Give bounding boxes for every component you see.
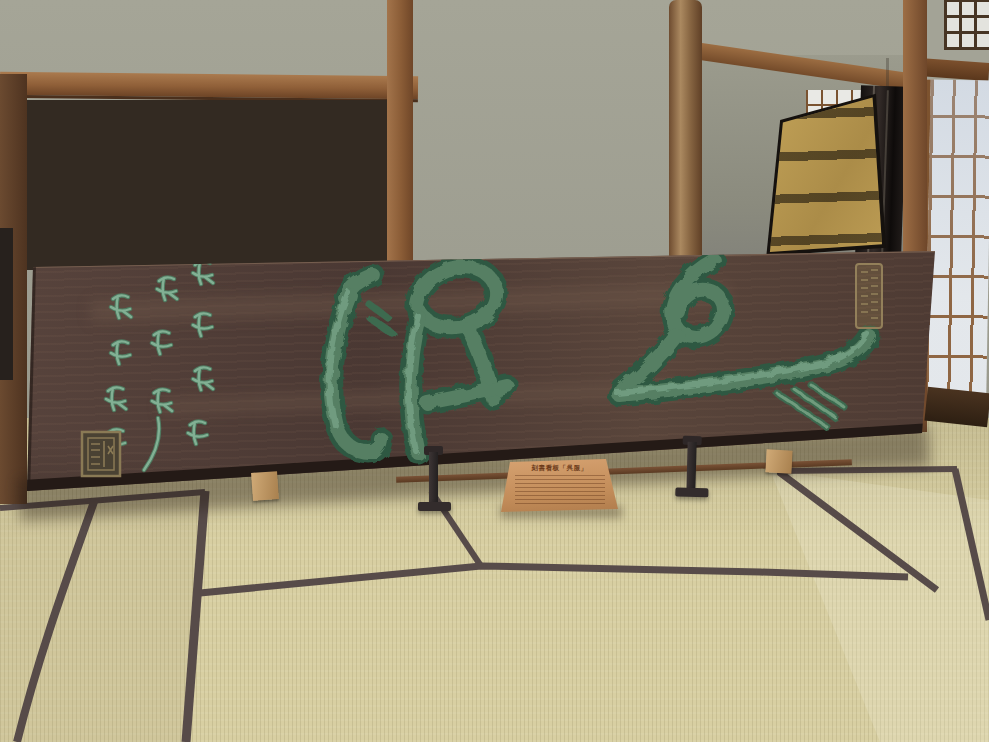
display-stand-left	[418, 446, 454, 514]
placard-body-text-lines	[515, 475, 605, 505]
shoji-screen	[919, 79, 989, 398]
stand-foot	[675, 488, 708, 498]
stand-bar	[429, 452, 438, 504]
gold-fusuma-frame	[27, 100, 389, 270]
display-stand-right	[675, 436, 713, 501]
wood-wedge-left	[251, 471, 279, 501]
inscription-calligraphy	[106, 261, 213, 470]
exhibition-room-photo: 呉服 中村合名會社製 魯卿之書	[0, 0, 989, 742]
description-placard: 刻書看板「呉服」	[501, 459, 618, 512]
stand-foot	[418, 502, 451, 511]
stand-bar	[686, 442, 696, 494]
shoji-transom-window	[944, 0, 989, 50]
main-characters-strokes	[330, 260, 869, 453]
dark-cabinet-edge	[0, 228, 13, 380]
square-seal-icon	[82, 432, 120, 476]
natural-wood-post	[669, 0, 702, 262]
wood-lintel-beam	[0, 72, 418, 102]
wood-post	[387, 0, 413, 264]
shoji-sill	[924, 387, 989, 427]
cartouche-seal-icon	[856, 264, 882, 328]
wood-wedge-right	[765, 449, 792, 473]
placard-title: 刻書看板「呉服」	[501, 465, 618, 472]
